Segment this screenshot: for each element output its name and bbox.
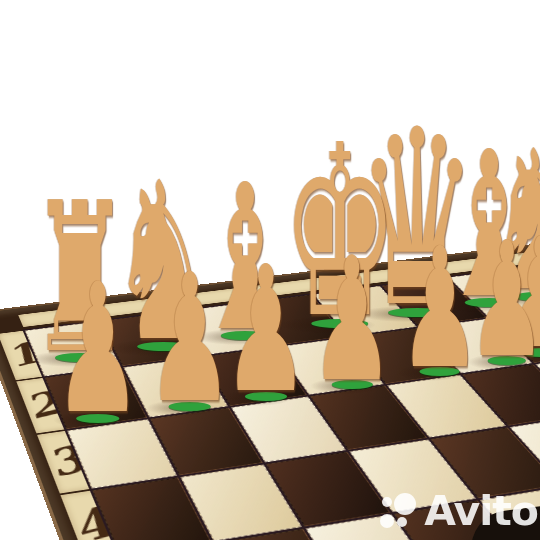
photo-frame: 1234 ♜♞♝♚♛♝♞♟♟♟♟♟♟♟ Avito — [0, 0, 540, 540]
watermark-text: Avito — [424, 491, 538, 532]
avito-logo-icon — [380, 493, 418, 530]
watermark: Avito — [380, 491, 538, 532]
